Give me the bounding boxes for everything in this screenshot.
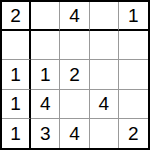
cell-empty-r1c4[interactable]: [90, 2, 119, 31]
cell-filled-r1c5[interactable]: 1: [119, 2, 148, 31]
cell-filled-r5c3[interactable]: 4: [60, 119, 89, 148]
cell-filled-r4c1[interactable]: 1: [2, 90, 31, 119]
cell-filled-r5c5[interactable]: 2: [119, 119, 148, 148]
cell-empty-r5c4[interactable]: [90, 119, 119, 148]
cell-filled-r3c3[interactable]: 2: [60, 60, 89, 89]
cell-empty-r3c5[interactable]: [119, 60, 148, 89]
cell-empty-r1c2[interactable]: [31, 2, 60, 31]
puzzle-stage: 2411121441342: [0, 0, 150, 150]
cell-empty-r3c4[interactable]: [90, 60, 119, 89]
cell-filled-r3c2[interactable]: 1: [31, 60, 60, 89]
cell-empty-r2c3[interactable]: [60, 31, 89, 60]
cell-filled-r3c1[interactable]: 1: [2, 60, 31, 89]
cell-empty-r2c5[interactable]: [119, 31, 148, 60]
cell-filled-r1c1[interactable]: 2: [2, 2, 31, 31]
cell-filled-r5c1[interactable]: 1: [2, 119, 31, 148]
cell-filled-r5c2[interactable]: 3: [31, 119, 60, 148]
cell-filled-r1c3[interactable]: 4: [60, 2, 89, 31]
cell-empty-r4c3[interactable]: [60, 90, 89, 119]
cell-empty-r2c2[interactable]: [31, 31, 60, 60]
cell-empty-r2c4[interactable]: [90, 31, 119, 60]
cell-empty-r2c1[interactable]: [2, 31, 31, 60]
cell-filled-r4c2[interactable]: 4: [31, 90, 60, 119]
cell-empty-r4c5[interactable]: [119, 90, 148, 119]
board: 2411121441342: [0, 0, 150, 150]
cell-filled-r4c4[interactable]: 4: [90, 90, 119, 119]
